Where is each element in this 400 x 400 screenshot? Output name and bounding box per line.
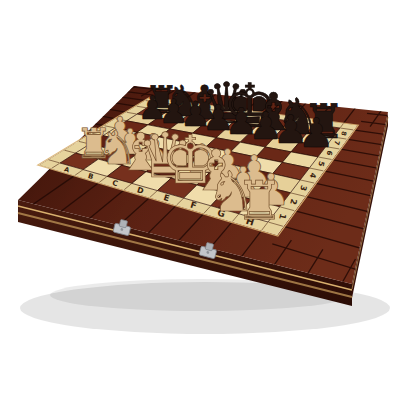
piece-black-pawn: ♟ (298, 109, 334, 157)
chess-set-product-photo: ABCDEFGH12345678♜♞♝♛♚♝♞♜♟♟♟♟♟♟♟♟♟♟♟♟♟♟♜♞… (0, 0, 400, 400)
chess-board-scene: ABCDEFGH12345678♜♞♝♛♚♝♞♜♟♟♟♟♟♟♟♟♟♟♟♟♟♟♜♞… (0, 0, 400, 400)
piece-white-rook: ♜ (236, 170, 284, 232)
